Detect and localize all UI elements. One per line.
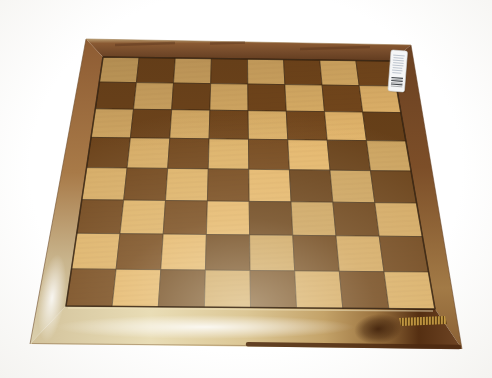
barcode-sticker xyxy=(388,50,409,93)
photo-canvas xyxy=(0,0,492,378)
frame-bottom-glare xyxy=(55,315,355,339)
grid-sheen xyxy=(66,57,435,309)
frame-bottom-dark-edge xyxy=(248,344,459,347)
chessboard-photo xyxy=(0,0,492,378)
